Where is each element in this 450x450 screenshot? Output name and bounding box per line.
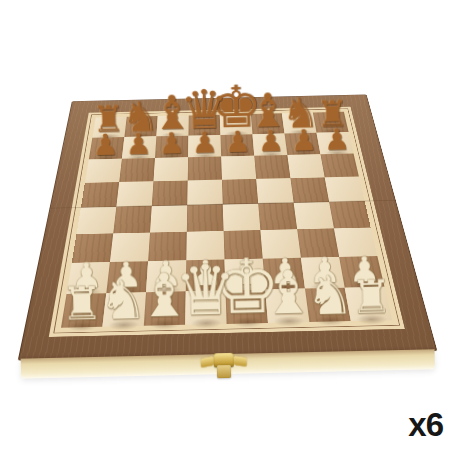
square-a7: ♟ (89, 137, 125, 159)
square-c6 (153, 157, 188, 181)
piece-black-pawn: ♟ (158, 129, 185, 157)
clasp-wing-left (201, 356, 214, 367)
square-e5 (222, 179, 258, 205)
square-g7: ♟ (285, 133, 321, 155)
square-g5 (290, 177, 329, 202)
square-a5 (81, 182, 119, 208)
square-f7: ♟ (252, 133, 287, 155)
square-f6 (254, 155, 290, 179)
chess-board: ♜♞♝♛♚♝♞♜♟♟♟♟♟♟♟♟♟♟♟♟♟♟♟♟♜♞♝♛♚♝♞♜ (18, 94, 438, 360)
square-e4 (223, 204, 261, 231)
square-a4 (76, 207, 116, 234)
square-f5 (256, 178, 293, 203)
piece-white-queen: ♛ (173, 257, 237, 324)
square-b7: ♟ (122, 136, 157, 158)
chess-set: ♜♞♝♛♚♝♞♜♟♟♟♟♟♟♟♟♟♟♟♟♟♟♟♟♜♞♝♛♚♝♞♜ (12, 89, 439, 390)
product-photo: ♜♞♝♛♚♝♞♜♟♟♟♟♟♟♟♟♟♟♟♟♟♟♟♟♜♞♝♛♚♝♞♜ x6 (0, 0, 450, 450)
square-g6 (287, 154, 324, 178)
piece-white-knight: ♞ (305, 269, 354, 321)
square-h5 (325, 176, 365, 201)
square-f4 (258, 203, 297, 230)
piece-black-pawn: ♟ (323, 125, 350, 153)
board-squares: ♜♞♝♛♚♝♞♜♟♟♟♟♟♟♟♟♟♟♟♟♟♟♟♟♜♞♝♛♚♝♞♜ (61, 112, 392, 328)
square-d1: ♛ (185, 290, 226, 324)
square-b4 (113, 206, 152, 233)
board-scene: ♜♞♝♛♚♝♞♜♟♟♟♟♟♟♟♟♟♟♟♟♟♟♟♟♜♞♝♛♚♝♞♜ (12, 89, 438, 361)
square-d7: ♟ (188, 135, 221, 157)
square-h6 (320, 153, 358, 177)
square-e7: ♟ (220, 134, 254, 156)
piece-black-pawn: ♟ (125, 130, 152, 158)
piece-black-pawn: ♟ (191, 128, 218, 156)
piece-white-rook: ♜ (350, 276, 392, 321)
piece-black-pawn: ♟ (257, 127, 284, 155)
square-c7: ♟ (155, 136, 188, 158)
square-e6 (221, 156, 256, 180)
square-c5 (152, 180, 188, 206)
square-a6 (85, 159, 122, 183)
piece-white-rook: ♜ (60, 282, 102, 327)
square-d5 (187, 180, 222, 206)
clasp-icon (200, 350, 247, 383)
square-g1: ♞ (305, 288, 351, 322)
square-c4 (150, 205, 187, 232)
square-b5 (116, 181, 153, 207)
piece-black-pawn: ♟ (290, 126, 317, 154)
quantity-label: x6 (408, 406, 443, 444)
piece-black-pawn: ♟ (92, 131, 119, 159)
clasp-wing-right (233, 356, 246, 367)
square-b1: ♞ (102, 292, 146, 327)
square-h4 (329, 201, 371, 228)
piece-white-knight: ♞ (98, 274, 147, 326)
square-g4 (294, 202, 334, 229)
square-h7: ♟ (317, 132, 354, 154)
piece-black-pawn: ♟ (224, 128, 251, 156)
clasp-latch (217, 365, 231, 378)
square-d4 (187, 204, 224, 231)
